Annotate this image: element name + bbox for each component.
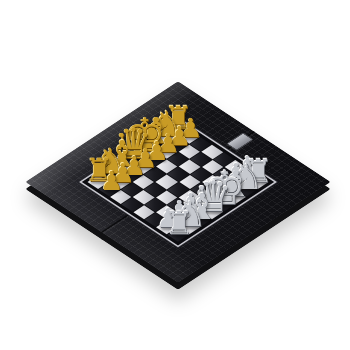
isometric-board: ♜♞♝♛♚♝♞♜♟♟♟♟♟♟♟♟♟♟♟♟♟♟♟♟♜♞♝♛♚♝♞♜ bbox=[25, 81, 330, 283]
piece-gold-pawn: ♟ bbox=[99, 167, 122, 193]
piece-silver-rook: ♜ bbox=[165, 207, 194, 239]
square-a1: ♜ bbox=[167, 228, 188, 242]
board-shadow-wrapper: ♜♞♝♛♚♝♞♜♟♟♟♟♟♟♟♟♟♟♟♟♟♟♟♟♜♞♝♛♚♝♞♜ bbox=[0, 0, 350, 350]
product-photo-chess-set: ♜♞♝♛♚♝♞♜♟♟♟♟♟♟♟♟♟♟♟♟♟♟♟♟♜♞♝♛♚♝♞♜ bbox=[0, 0, 350, 350]
square-a7: ♟ bbox=[99, 182, 120, 196]
